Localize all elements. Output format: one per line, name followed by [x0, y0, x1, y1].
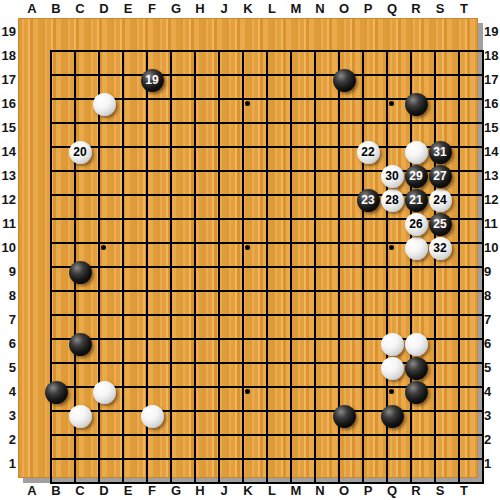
- grid-cell: [122, 146, 146, 170]
- grid-cell: [458, 50, 482, 74]
- grid-cell: [98, 458, 122, 482]
- stone-white: [381, 333, 404, 356]
- grid-cell: [170, 434, 194, 458]
- grid-cell: [194, 362, 218, 386]
- grid-cell: [266, 122, 290, 146]
- stone-white-move-32: 32: [429, 237, 452, 260]
- coord-label-top-H: H: [188, 1, 212, 17]
- grid-cell: [410, 458, 434, 482]
- coord-label-right-7: 7: [484, 312, 500, 328]
- grid-cell: [266, 410, 290, 434]
- grid-cell: [362, 314, 386, 338]
- star-point: [389, 101, 394, 106]
- coord-label-top-R: R: [404, 1, 428, 17]
- grid-cell: [170, 98, 194, 122]
- grid-cell: [194, 50, 218, 74]
- grid-cell: [218, 458, 242, 482]
- grid-cell: [50, 50, 74, 74]
- coord-label-bottom-D: D: [92, 483, 116, 499]
- grid-cell: [146, 98, 170, 122]
- grid-cell: [146, 338, 170, 362]
- coord-label-right-9: 9: [484, 264, 500, 280]
- grid-cell: [266, 74, 290, 98]
- stone-white: [93, 93, 116, 116]
- star-point: [389, 245, 394, 250]
- grid-cell: [458, 434, 482, 458]
- grid-cell: [50, 194, 74, 218]
- stone-black: [333, 69, 356, 92]
- grid-cell: [170, 194, 194, 218]
- coord-label-top-M: M: [284, 1, 308, 17]
- grid-cell: [290, 266, 314, 290]
- grid-cell: [74, 170, 98, 194]
- grid-cell: [218, 314, 242, 338]
- grid-cell: [194, 338, 218, 362]
- grid-cell: [74, 362, 98, 386]
- grid-cell: [242, 218, 266, 242]
- coord-label-bottom-F: F: [140, 483, 164, 499]
- coord-label-bottom-B: B: [44, 483, 68, 499]
- grid-cell: [290, 170, 314, 194]
- grid-cell: [314, 290, 338, 314]
- grid-cell: [170, 242, 194, 266]
- stone-white-move-30: 30: [381, 165, 404, 188]
- grid-cell: [194, 122, 218, 146]
- grid-cell: [434, 338, 458, 362]
- move-number: 31: [433, 146, 446, 158]
- stone-black: [381, 405, 404, 428]
- stone-white: [381, 357, 404, 380]
- grid-cell: [386, 458, 410, 482]
- grid-cell: [50, 170, 74, 194]
- coord-label-left-12: 12: [1, 192, 16, 208]
- grid-cell: [98, 122, 122, 146]
- grid-cell: [362, 74, 386, 98]
- grid-cell: [458, 98, 482, 122]
- grid-cell: [290, 290, 314, 314]
- grid-cell: [434, 314, 458, 338]
- grid-cell: [50, 434, 74, 458]
- grid-cell: [290, 458, 314, 482]
- coord-label-bottom-C: C: [68, 483, 92, 499]
- coord-label-right-14: 14: [484, 144, 500, 160]
- coord-label-left-8: 8: [1, 288, 16, 304]
- grid-cell: [266, 98, 290, 122]
- grid-cell: [410, 410, 434, 434]
- grid-cell: [458, 362, 482, 386]
- move-number: 28: [385, 194, 398, 206]
- stone-black: [333, 405, 356, 428]
- grid-cell: [50, 74, 74, 98]
- star-point: [389, 389, 394, 394]
- grid-cell: [98, 266, 122, 290]
- coord-label-top-D: D: [92, 1, 116, 17]
- coord-label-right-8: 8: [484, 288, 500, 304]
- grid-cell: [434, 410, 458, 434]
- grid-cell: [290, 218, 314, 242]
- grid-cell: [242, 194, 266, 218]
- grid-cell: [290, 74, 314, 98]
- coord-label-top-S: S: [428, 1, 452, 17]
- grid-cell: [170, 290, 194, 314]
- move-number: 20: [73, 146, 86, 158]
- grid-cell: [242, 170, 266, 194]
- coord-label-bottom-R: R: [404, 483, 428, 499]
- grid-cell: [170, 362, 194, 386]
- grid-cell: [194, 194, 218, 218]
- grid-cell: [122, 362, 146, 386]
- grid-cell: [218, 434, 242, 458]
- grid-cell: [362, 266, 386, 290]
- grid-cell: [194, 266, 218, 290]
- star-point: [101, 245, 106, 250]
- grid-cell: [434, 74, 458, 98]
- grid-cell: [314, 170, 338, 194]
- grid-cell: [98, 290, 122, 314]
- coord-label-left-9: 9: [1, 264, 16, 280]
- grid-cell: [98, 146, 122, 170]
- coord-label-bottom-M: M: [284, 483, 308, 499]
- grid-cell: [170, 458, 194, 482]
- grid-cell: [362, 386, 386, 410]
- coord-label-left-4: 4: [1, 384, 16, 400]
- grid-cell: [146, 434, 170, 458]
- grid-cell: [74, 434, 98, 458]
- grid-cell: [194, 218, 218, 242]
- stone-white: [93, 381, 116, 404]
- grid-cell: [50, 290, 74, 314]
- grid-cell: [266, 290, 290, 314]
- stone-black: [405, 381, 428, 404]
- coord-label-bottom-E: E: [116, 483, 140, 499]
- grid-cell: [242, 362, 266, 386]
- star-point: [245, 245, 250, 250]
- stone-white: [405, 333, 428, 356]
- coord-label-right-17: 17: [484, 72, 500, 88]
- coord-label-left-6: 6: [1, 336, 16, 352]
- grid-cell: [242, 434, 266, 458]
- coord-label-left-14: 14: [1, 144, 16, 160]
- grid-cell: [290, 50, 314, 74]
- coord-label-left-1: 1: [1, 456, 16, 472]
- grid-cell: [50, 458, 74, 482]
- grid-cell: [170, 50, 194, 74]
- grid-cell: [242, 146, 266, 170]
- grid-cell: [194, 74, 218, 98]
- grid-cell: [386, 50, 410, 74]
- grid-cell: [170, 386, 194, 410]
- go-diagram-page: 1920212223242526272829303132 AABBCCDDEEF…: [0, 0, 500, 500]
- coord-label-bottom-J: J: [212, 483, 236, 499]
- coord-label-left-13: 13: [1, 168, 16, 184]
- grid-cell: [386, 434, 410, 458]
- coord-label-bottom-T: T: [452, 483, 476, 499]
- move-number: 32: [433, 242, 446, 254]
- coord-label-left-7: 7: [1, 312, 16, 328]
- coord-label-top-T: T: [452, 1, 476, 17]
- grid-cell: [458, 122, 482, 146]
- grid-cell: [122, 122, 146, 146]
- grid-cell: [98, 314, 122, 338]
- grid-cell: [266, 50, 290, 74]
- grid-cell: [314, 146, 338, 170]
- grid-cell: [218, 194, 242, 218]
- grid-cell: [458, 410, 482, 434]
- grid-cell: [338, 266, 362, 290]
- grid-cell: [122, 458, 146, 482]
- grid-cell: [242, 266, 266, 290]
- stone-black-move-19: 19: [141, 69, 164, 92]
- grid-cell: [362, 98, 386, 122]
- stone-black: [405, 93, 428, 116]
- grid-cell: [242, 50, 266, 74]
- stone-white-move-26: 26: [405, 213, 428, 236]
- coord-label-right-16: 16: [484, 96, 500, 112]
- grid-cell: [218, 170, 242, 194]
- stone-black-move-23: 23: [357, 189, 380, 212]
- grid-cell: [122, 50, 146, 74]
- move-number: 29: [409, 170, 422, 182]
- grid-cell: [170, 314, 194, 338]
- grid-cell: [194, 314, 218, 338]
- stone-white-move-24: 24: [429, 189, 452, 212]
- grid-cell: [458, 218, 482, 242]
- grid-cell: [98, 50, 122, 74]
- grid-cell: [362, 458, 386, 482]
- grid-cell: [386, 74, 410, 98]
- grid-cell: [266, 386, 290, 410]
- grid-cell: [146, 242, 170, 266]
- coord-label-top-F: F: [140, 1, 164, 17]
- grid-cell: [146, 266, 170, 290]
- stone-white: [405, 141, 428, 164]
- grid-cell: [458, 170, 482, 194]
- grid-cell: [266, 266, 290, 290]
- grid-cell: [266, 362, 290, 386]
- grid-cell: [146, 146, 170, 170]
- grid-cell: [194, 386, 218, 410]
- grid-cell: [194, 146, 218, 170]
- grid-cell: [146, 194, 170, 218]
- grid-cell: [218, 338, 242, 362]
- grid-cell: [434, 266, 458, 290]
- grid-cell: [74, 290, 98, 314]
- grid-cell: [242, 122, 266, 146]
- coord-label-right-1: 1: [484, 456, 500, 472]
- grid-cell: [146, 458, 170, 482]
- coord-label-top-L: L: [260, 1, 284, 17]
- grid-cell: [122, 194, 146, 218]
- coord-label-right-2: 2: [484, 432, 500, 448]
- grid-cell: [458, 242, 482, 266]
- grid-cell: [218, 290, 242, 314]
- move-number: 23: [361, 194, 374, 206]
- grid-cell: [50, 314, 74, 338]
- grid-cell: [266, 242, 290, 266]
- coord-label-left-15: 15: [1, 120, 16, 136]
- grid-cell: [170, 146, 194, 170]
- grid-cell: [314, 362, 338, 386]
- grid-cell: [218, 218, 242, 242]
- grid-cell: [386, 266, 410, 290]
- stone-black-move-27: 27: [429, 165, 452, 188]
- grid-cell: [314, 458, 338, 482]
- coord-label-top-C: C: [68, 1, 92, 17]
- grid-cell: [266, 194, 290, 218]
- coord-label-left-5: 5: [1, 360, 16, 376]
- grid-cell: [242, 314, 266, 338]
- grid-cell: [434, 362, 458, 386]
- grid-cell: [242, 290, 266, 314]
- coord-label-bottom-S: S: [428, 483, 452, 499]
- grid-cell: [218, 74, 242, 98]
- coord-label-top-E: E: [116, 1, 140, 17]
- grid-cell: [266, 314, 290, 338]
- stone-white: [69, 405, 92, 428]
- stone-black-move-31: 31: [429, 141, 452, 164]
- move-number: 24: [433, 194, 446, 206]
- grid-cell: [338, 362, 362, 386]
- coord-label-right-5: 5: [484, 360, 500, 376]
- grid-cell: [314, 122, 338, 146]
- stone-white-move-28: 28: [381, 189, 404, 212]
- grid-cell: [218, 410, 242, 434]
- coord-label-top-J: J: [212, 1, 236, 17]
- grid-cell: [218, 386, 242, 410]
- grid-cell: [386, 122, 410, 146]
- coord-label-top-P: P: [356, 1, 380, 17]
- grid-cell: [458, 386, 482, 410]
- move-number: 22: [361, 146, 374, 158]
- grid-cell: [458, 146, 482, 170]
- grid-cell: [50, 242, 74, 266]
- coord-label-bottom-G: G: [164, 483, 188, 499]
- grid-cell: [122, 314, 146, 338]
- stone-black-move-25: 25: [429, 213, 452, 236]
- stone-black: [69, 333, 92, 356]
- grid-cell: [410, 50, 434, 74]
- coord-label-right-19: 19: [484, 24, 500, 40]
- move-number: 19: [145, 74, 158, 86]
- grid-cell: [98, 170, 122, 194]
- grid-cell: [338, 242, 362, 266]
- grid-cell: [290, 434, 314, 458]
- move-number: 27: [433, 170, 446, 182]
- grid-cell: [170, 266, 194, 290]
- stone-black-move-29: 29: [405, 165, 428, 188]
- grid-cell: [122, 218, 146, 242]
- coord-label-left-18: 18: [1, 48, 16, 64]
- grid-cell: [458, 458, 482, 482]
- grid-cell: [266, 170, 290, 194]
- grid-cell: [170, 410, 194, 434]
- grid-cell: [98, 218, 122, 242]
- grid-cell: [194, 290, 218, 314]
- stone-black: [45, 381, 68, 404]
- grid-cell: [290, 194, 314, 218]
- grid-cell: [314, 194, 338, 218]
- grid-cell: [218, 50, 242, 74]
- stone-white-move-22: 22: [357, 141, 380, 164]
- move-number: 25: [433, 218, 446, 230]
- coord-label-bottom-O: O: [332, 483, 356, 499]
- coord-label-left-3: 3: [1, 408, 16, 424]
- grid-cell: [122, 242, 146, 266]
- grid-cell: [218, 146, 242, 170]
- grid-cell: [290, 338, 314, 362]
- grid-cell: [122, 290, 146, 314]
- grid-cell: [290, 362, 314, 386]
- grid-cell: [242, 338, 266, 362]
- grid-cell: [74, 218, 98, 242]
- coord-label-right-15: 15: [484, 120, 500, 136]
- grid-cell: [170, 122, 194, 146]
- grid-cell: [194, 458, 218, 482]
- grid-cell: [434, 434, 458, 458]
- coord-label-bottom-N: N: [308, 483, 332, 499]
- grid-cell: [410, 290, 434, 314]
- coord-label-right-10: 10: [484, 240, 500, 256]
- grid-cell: [194, 410, 218, 434]
- grid-cell: [434, 98, 458, 122]
- grid-cell: [122, 338, 146, 362]
- grid-cell: [74, 458, 98, 482]
- grid-cell: [458, 194, 482, 218]
- grid-cell: [266, 434, 290, 458]
- coord-label-left-19: 19: [1, 24, 16, 40]
- grid-cell: [170, 218, 194, 242]
- grid-cell: [338, 218, 362, 242]
- grid-cell: [314, 98, 338, 122]
- grid-cell: [386, 290, 410, 314]
- grid-cell: [98, 338, 122, 362]
- coord-label-right-12: 12: [484, 192, 500, 208]
- coord-label-top-O: O: [332, 1, 356, 17]
- stone-black-move-21: 21: [405, 189, 428, 212]
- grid-cell: [218, 362, 242, 386]
- move-number: 21: [409, 194, 422, 206]
- coord-label-right-11: 11: [484, 216, 500, 232]
- grid-cell: [314, 218, 338, 242]
- coord-label-left-2: 2: [1, 432, 16, 448]
- grid-cell: [242, 410, 266, 434]
- grid-cell: [170, 74, 194, 98]
- grid-cell: [146, 170, 170, 194]
- grid-cell: [194, 170, 218, 194]
- stone-white-move-20: 20: [69, 141, 92, 164]
- grid-cell: [458, 266, 482, 290]
- stone-white: [141, 405, 164, 428]
- grid-cell: [122, 386, 146, 410]
- grid-cell: [218, 242, 242, 266]
- star-point: [245, 101, 250, 106]
- grid-cell: [314, 50, 338, 74]
- move-number: 30: [385, 170, 398, 182]
- coord-label-left-17: 17: [1, 72, 16, 88]
- grid-cell: [290, 146, 314, 170]
- grid-cell: [122, 98, 146, 122]
- grid-cell: [434, 386, 458, 410]
- grid-cell: [146, 362, 170, 386]
- coord-label-right-13: 13: [484, 168, 500, 184]
- grid-cell: [362, 434, 386, 458]
- coord-label-top-B: B: [44, 1, 68, 17]
- grid-cell: [170, 170, 194, 194]
- coord-label-bottom-Q: Q: [380, 483, 404, 499]
- grid-cell: [74, 50, 98, 74]
- grid-cell: [434, 290, 458, 314]
- grid-cell: [122, 170, 146, 194]
